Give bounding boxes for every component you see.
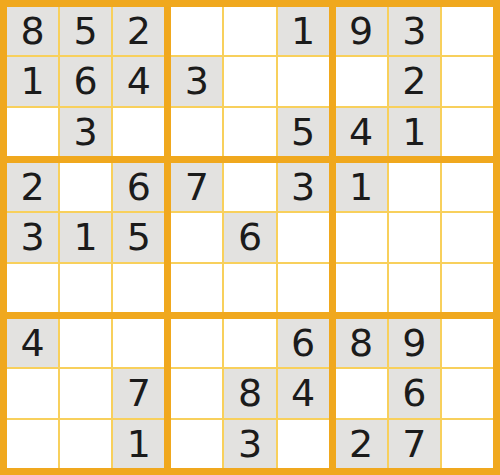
cell-r1c9[interactable]	[442, 7, 493, 55]
cell-r1c4[interactable]	[171, 7, 222, 55]
cell-r6c5[interactable]	[224, 264, 275, 312]
cell-r2c8[interactable]: 2	[389, 57, 440, 105]
cell-r7c3[interactable]	[113, 319, 164, 367]
cell-r3c5[interactable]	[224, 108, 275, 156]
cell-r4c5[interactable]	[224, 163, 275, 211]
cell-r2c3[interactable]: 4	[113, 57, 164, 105]
cell-r5c6[interactable]	[278, 213, 329, 261]
cell-r9c2[interactable]	[60, 420, 111, 468]
cell-r6c1[interactable]	[7, 264, 58, 312]
box-1-3: 93241	[336, 7, 493, 156]
cell-r6c6[interactable]	[278, 264, 329, 312]
cell-r1c5[interactable]	[224, 7, 275, 55]
cell-r9c8[interactable]: 7	[389, 420, 440, 468]
cell-r7c8[interactable]: 9	[389, 319, 440, 367]
cell-r8c3[interactable]: 7	[113, 369, 164, 417]
box-2-3: 1	[336, 163, 493, 312]
cell-r7c4[interactable]	[171, 319, 222, 367]
cell-r4c4[interactable]: 7	[171, 163, 222, 211]
cell-r8c8[interactable]: 6	[389, 369, 440, 417]
cell-r6c4[interactable]	[171, 264, 222, 312]
cell-r3c8[interactable]: 1	[389, 108, 440, 156]
cell-r1c7[interactable]: 9	[336, 7, 387, 55]
cell-r9c3[interactable]: 1	[113, 420, 164, 468]
cell-r5c9[interactable]	[442, 213, 493, 261]
cell-r1c1[interactable]: 8	[7, 7, 58, 55]
cell-r5c2[interactable]: 1	[60, 213, 111, 261]
cell-r8c6[interactable]: 4	[278, 369, 329, 417]
cell-r2c9[interactable]	[442, 57, 493, 105]
cell-r3c6[interactable]: 5	[278, 108, 329, 156]
cell-r1c6[interactable]: 1	[278, 7, 329, 55]
box-3-1: 471	[7, 319, 164, 468]
cell-r1c2[interactable]: 5	[60, 7, 111, 55]
cell-r4c2[interactable]	[60, 163, 111, 211]
sudoku-board: 852164313593241263157361471684389627	[0, 0, 500, 475]
cell-r4c1[interactable]: 2	[7, 163, 58, 211]
cell-r9c9[interactable]	[442, 420, 493, 468]
cell-r3c9[interactable]	[442, 108, 493, 156]
box-2-1: 26315	[7, 163, 164, 312]
cell-r3c7[interactable]: 4	[336, 108, 387, 156]
cell-r4c7[interactable]: 1	[336, 163, 387, 211]
cell-r1c8[interactable]: 3	[389, 7, 440, 55]
box-1-2: 135	[171, 7, 328, 156]
cell-r4c9[interactable]	[442, 163, 493, 211]
box-1-1: 8521643	[7, 7, 164, 156]
cell-r5c1[interactable]: 3	[7, 213, 58, 261]
cell-r9c6[interactable]	[278, 420, 329, 468]
cell-r2c2[interactable]: 6	[60, 57, 111, 105]
cell-r5c7[interactable]	[336, 213, 387, 261]
cell-r7c9[interactable]	[442, 319, 493, 367]
cell-r7c6[interactable]: 6	[278, 319, 329, 367]
cell-r5c5[interactable]: 6	[224, 213, 275, 261]
cell-r7c2[interactable]	[60, 319, 111, 367]
cell-r8c5[interactable]: 8	[224, 369, 275, 417]
cell-r2c7[interactable]	[336, 57, 387, 105]
cell-r6c7[interactable]	[336, 264, 387, 312]
box-3-2: 6843	[171, 319, 328, 468]
cell-r5c4[interactable]	[171, 213, 222, 261]
cell-r5c3[interactable]: 5	[113, 213, 164, 261]
cell-r5c8[interactable]	[389, 213, 440, 261]
cell-r7c5[interactable]	[224, 319, 275, 367]
cell-r6c2[interactable]	[60, 264, 111, 312]
cell-r9c5[interactable]: 3	[224, 420, 275, 468]
box-3-3: 89627	[336, 319, 493, 468]
cell-r9c7[interactable]: 2	[336, 420, 387, 468]
cell-r3c4[interactable]	[171, 108, 222, 156]
cell-r3c3[interactable]	[113, 108, 164, 156]
cell-r1c3[interactable]: 2	[113, 7, 164, 55]
cell-r9c4[interactable]	[171, 420, 222, 468]
cell-r2c5[interactable]	[224, 57, 275, 105]
cell-r4c6[interactable]: 3	[278, 163, 329, 211]
cell-r7c7[interactable]: 8	[336, 319, 387, 367]
cell-r3c2[interactable]: 3	[60, 108, 111, 156]
cell-r8c1[interactable]	[7, 369, 58, 417]
cell-r4c8[interactable]	[389, 163, 440, 211]
cell-r8c9[interactable]	[442, 369, 493, 417]
cell-r6c9[interactable]	[442, 264, 493, 312]
cell-r3c1[interactable]	[7, 108, 58, 156]
cell-r8c2[interactable]	[60, 369, 111, 417]
cell-r8c7[interactable]	[336, 369, 387, 417]
box-2-2: 736	[171, 163, 328, 312]
cell-r6c8[interactable]	[389, 264, 440, 312]
cell-r2c4[interactable]: 3	[171, 57, 222, 105]
cell-r4c3[interactable]: 6	[113, 163, 164, 211]
cell-r8c4[interactable]	[171, 369, 222, 417]
cell-r9c1[interactable]	[7, 420, 58, 468]
cell-r2c6[interactable]	[278, 57, 329, 105]
cell-r2c1[interactable]: 1	[7, 57, 58, 105]
cell-r7c1[interactable]: 4	[7, 319, 58, 367]
cell-r6c3[interactable]	[113, 264, 164, 312]
